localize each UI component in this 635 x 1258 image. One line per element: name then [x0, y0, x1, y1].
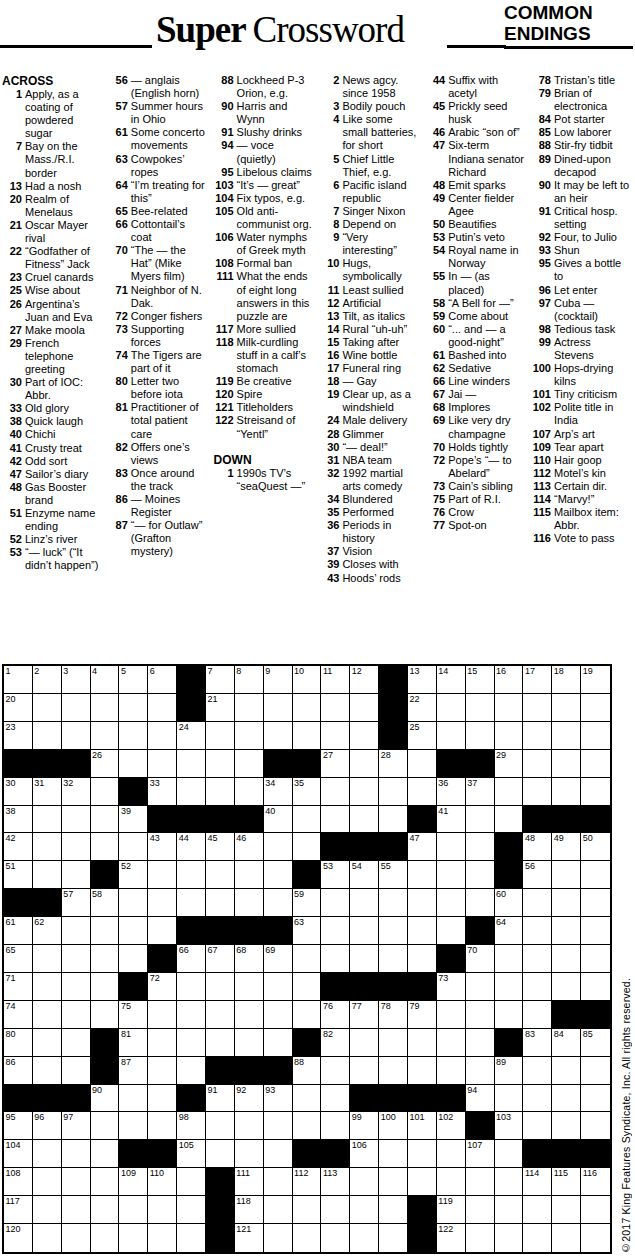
grid-cell[interactable]	[235, 889, 264, 917]
grid-cell[interactable]: 111	[235, 1168, 264, 1196]
grid-cell[interactable]	[33, 694, 62, 722]
grid-cell[interactable]	[552, 778, 581, 806]
grid-cell[interactable]: 66	[177, 945, 206, 973]
grid-cell[interactable]: 46	[235, 833, 264, 861]
grid-cell[interactable]: 60	[495, 889, 524, 917]
grid-cell[interactable]	[523, 1085, 552, 1113]
grid-cell[interactable]	[408, 861, 437, 889]
grid-cell[interactable]	[235, 1112, 264, 1140]
grid-cell[interactable]: 104	[4, 1140, 33, 1168]
grid-cell[interactable]	[408, 1057, 437, 1085]
grid-cell[interactable]: 17	[523, 666, 552, 694]
grid-cell[interactable]	[581, 973, 610, 1001]
grid-cell[interactable]	[523, 778, 552, 806]
grid-cell[interactable]: 95	[4, 1112, 33, 1140]
grid-cell[interactable]: 16	[495, 666, 524, 694]
grid-cell[interactable]	[466, 973, 495, 1001]
grid-cell[interactable]: 121	[235, 1224, 264, 1252]
grid-cell[interactable]: 102	[437, 1112, 466, 1140]
grid-cell[interactable]: 8	[235, 666, 264, 694]
grid-cell[interactable]	[523, 1224, 552, 1252]
grid-cell[interactable]: 105	[177, 1140, 206, 1168]
grid-cell[interactable]	[523, 1112, 552, 1140]
grid-cell[interactable]	[408, 945, 437, 973]
grid-cell[interactable]: 70	[466, 945, 495, 973]
grid-cell[interactable]	[91, 806, 120, 834]
grid-cell[interactable]	[235, 973, 264, 1001]
grid-cell[interactable]: 76	[321, 1001, 350, 1029]
grid-cell[interactable]: 88	[293, 1057, 322, 1085]
grid-cell[interactable]	[466, 722, 495, 750]
grid-cell[interactable]: 87	[119, 1057, 148, 1085]
grid-cell[interactable]	[379, 1196, 408, 1224]
grid-cell[interactable]: 30	[4, 778, 33, 806]
grid-cell[interactable]	[581, 1057, 610, 1085]
grid-cell[interactable]	[495, 1085, 524, 1113]
grid-cell[interactable]: 34	[264, 778, 293, 806]
grid-cell[interactable]: 35	[293, 778, 322, 806]
grid-cell[interactable]: 82	[321, 1029, 350, 1057]
grid-cell[interactable]	[581, 1196, 610, 1224]
grid-cell[interactable]: 92	[235, 1085, 264, 1113]
grid-cell[interactable]	[119, 833, 148, 861]
grid-cell[interactable]	[264, 1196, 293, 1224]
grid-cell[interactable]: 12	[350, 666, 379, 694]
grid-cell[interactable]	[437, 1168, 466, 1196]
grid-cell[interactable]	[264, 833, 293, 861]
grid-cell[interactable]	[437, 722, 466, 750]
grid-cell[interactable]: 39	[119, 806, 148, 834]
grid-cell[interactable]: 73	[437, 973, 466, 1001]
grid-cell[interactable]	[293, 833, 322, 861]
grid-cell[interactable]: 77	[350, 1001, 379, 1029]
grid-cell[interactable]	[293, 806, 322, 834]
grid-cell[interactable]: 7	[206, 666, 235, 694]
grid-cell[interactable]	[495, 973, 524, 1001]
grid-cell[interactable]: 61	[4, 917, 33, 945]
grid-cell[interactable]	[293, 1224, 322, 1252]
grid-cell[interactable]: 90	[91, 1085, 120, 1113]
grid-cell[interactable]	[379, 945, 408, 973]
grid-cell[interactable]: 101	[408, 1112, 437, 1140]
grid-cell[interactable]	[552, 861, 581, 889]
grid-cell[interactable]: 37	[466, 778, 495, 806]
grid-cell[interactable]: 96	[33, 1112, 62, 1140]
grid-cell[interactable]	[321, 1085, 350, 1113]
grid-cell[interactable]: 57	[62, 889, 91, 917]
grid-cell[interactable]	[264, 889, 293, 917]
grid-cell[interactable]: 65	[4, 945, 33, 973]
grid-cell[interactable]	[119, 945, 148, 973]
grid-cell[interactable]	[552, 1196, 581, 1224]
grid-cell[interactable]	[495, 1001, 524, 1029]
grid-cell[interactable]	[264, 1224, 293, 1252]
grid-cell[interactable]	[264, 1001, 293, 1029]
grid-cell[interactable]	[552, 750, 581, 778]
grid-cell[interactable]	[91, 1224, 120, 1252]
grid-cell[interactable]	[119, 1196, 148, 1224]
grid-cell[interactable]: 59	[293, 889, 322, 917]
grid-cell[interactable]	[177, 1168, 206, 1196]
grid-cell[interactable]	[581, 694, 610, 722]
grid-cell[interactable]: 72	[148, 973, 177, 1001]
grid-cell[interactable]: 83	[523, 1029, 552, 1057]
grid-cell[interactable]	[293, 1112, 322, 1140]
grid-cell[interactable]: 113	[321, 1168, 350, 1196]
grid-cell[interactable]	[379, 778, 408, 806]
grid-cell[interactable]	[148, 1001, 177, 1029]
grid-cell[interactable]	[206, 1140, 235, 1168]
grid-cell[interactable]	[379, 1057, 408, 1085]
grid-cell[interactable]	[408, 750, 437, 778]
grid-cell[interactable]: 11	[321, 666, 350, 694]
grid-cell[interactable]	[91, 1140, 120, 1168]
grid-cell[interactable]: 115	[552, 1168, 581, 1196]
grid-cell[interactable]: 42	[4, 833, 33, 861]
grid-cell[interactable]	[495, 1224, 524, 1252]
grid-cell[interactable]	[466, 806, 495, 834]
grid-cell[interactable]: 107	[466, 1140, 495, 1168]
grid-cell[interactable]: 25	[408, 722, 437, 750]
grid-cell[interactable]	[437, 833, 466, 861]
grid-cell[interactable]: 21	[206, 694, 235, 722]
grid-cell[interactable]	[466, 1168, 495, 1196]
grid-cell[interactable]	[350, 1057, 379, 1085]
grid-cell[interactable]: 55	[379, 861, 408, 889]
grid-cell[interactable]	[91, 973, 120, 1001]
grid-cell[interactable]	[91, 1196, 120, 1224]
grid-cell[interactable]	[581, 778, 610, 806]
grid-cell[interactable]	[321, 889, 350, 917]
grid-cell[interactable]	[408, 1168, 437, 1196]
grid-cell[interactable]: 118	[235, 1196, 264, 1224]
grid-cell[interactable]	[119, 917, 148, 945]
grid-cell[interactable]: 3	[62, 666, 91, 694]
grid-cell[interactable]	[177, 1057, 206, 1085]
grid-cell[interactable]	[206, 722, 235, 750]
grid-cell[interactable]: 52	[119, 861, 148, 889]
grid-cell[interactable]	[379, 806, 408, 834]
grid-cell[interactable]	[62, 973, 91, 1001]
grid-cell[interactable]	[321, 778, 350, 806]
grid-cell[interactable]	[437, 917, 466, 945]
grid-cell[interactable]	[437, 694, 466, 722]
grid-cell[interactable]	[495, 1196, 524, 1224]
grid-cell[interactable]: 117	[4, 1196, 33, 1224]
grid-cell[interactable]	[350, 806, 379, 834]
grid-cell[interactable]	[33, 945, 62, 973]
grid-cell[interactable]: 63	[293, 917, 322, 945]
grid-cell[interactable]: 22	[408, 694, 437, 722]
grid-cell[interactable]: 78	[379, 1001, 408, 1029]
grid-cell[interactable]: 99	[350, 1112, 379, 1140]
grid-cell[interactable]	[206, 973, 235, 1001]
grid-cell[interactable]: 50	[581, 833, 610, 861]
grid-cell[interactable]	[62, 1001, 91, 1029]
grid-cell[interactable]: 109	[119, 1168, 148, 1196]
grid-cell[interactable]	[264, 1029, 293, 1057]
grid-cell[interactable]	[408, 1029, 437, 1057]
grid-cell[interactable]	[33, 1001, 62, 1029]
grid-cell[interactable]: 13	[408, 666, 437, 694]
grid-cell[interactable]	[235, 778, 264, 806]
grid-cell[interactable]: 44	[177, 833, 206, 861]
grid-cell[interactable]	[350, 1168, 379, 1196]
grid-cell[interactable]	[177, 750, 206, 778]
grid-cell[interactable]: 49	[552, 833, 581, 861]
grid-cell[interactable]: 120	[4, 1224, 33, 1252]
grid-cell[interactable]: 98	[177, 1112, 206, 1140]
grid-cell[interactable]	[379, 1029, 408, 1057]
grid-cell[interactable]	[321, 945, 350, 973]
grid-cell[interactable]: 79	[408, 1001, 437, 1029]
grid-cell[interactable]	[33, 1140, 62, 1168]
grid-cell[interactable]	[264, 694, 293, 722]
grid-cell[interactable]	[91, 833, 120, 861]
grid-cell[interactable]	[552, 1057, 581, 1085]
grid-cell[interactable]: 48	[523, 833, 552, 861]
grid-cell[interactable]: 112	[293, 1168, 322, 1196]
grid-cell[interactable]: 116	[581, 1168, 610, 1196]
grid-cell[interactable]	[119, 694, 148, 722]
grid-cell[interactable]	[62, 1224, 91, 1252]
grid-cell[interactable]	[495, 806, 524, 834]
grid-cell[interactable]	[62, 1029, 91, 1057]
grid-cell[interactable]	[119, 1224, 148, 1252]
grid-cell[interactable]	[350, 1224, 379, 1252]
grid-cell[interactable]	[581, 861, 610, 889]
grid-cell[interactable]	[495, 778, 524, 806]
grid-cell[interactable]	[206, 778, 235, 806]
grid-cell[interactable]: 14	[437, 666, 466, 694]
grid-cell[interactable]	[552, 722, 581, 750]
grid-cell[interactable]	[321, 1224, 350, 1252]
grid-cell[interactable]	[379, 1140, 408, 1168]
grid-cell[interactable]: 91	[206, 1085, 235, 1113]
grid-cell[interactable]	[552, 1112, 581, 1140]
grid-cell[interactable]: 41	[437, 806, 466, 834]
grid-cell[interactable]	[33, 861, 62, 889]
grid-cell[interactable]	[581, 1112, 610, 1140]
grid-cell[interactable]: 38	[4, 806, 33, 834]
grid-cell[interactable]	[523, 1001, 552, 1029]
grid-cell[interactable]	[581, 750, 610, 778]
grid-cell[interactable]	[206, 1029, 235, 1057]
grid-cell[interactable]	[408, 778, 437, 806]
grid-cell[interactable]	[552, 973, 581, 1001]
grid-cell[interactable]: 74	[4, 1001, 33, 1029]
grid-cell[interactable]	[177, 1001, 206, 1029]
grid-cell[interactable]	[206, 1001, 235, 1029]
grid-cell[interactable]	[62, 945, 91, 973]
grid-cell[interactable]	[91, 917, 120, 945]
grid-cell[interactable]	[495, 694, 524, 722]
grid-cell[interactable]	[33, 1224, 62, 1252]
grid-cell[interactable]: 103	[495, 1112, 524, 1140]
grid-cell[interactable]: 31	[33, 778, 62, 806]
grid-cell[interactable]	[62, 861, 91, 889]
grid-cell[interactable]	[177, 973, 206, 1001]
grid-cell[interactable]	[321, 1196, 350, 1224]
grid-cell[interactable]	[148, 1224, 177, 1252]
grid-cell[interactable]	[350, 778, 379, 806]
grid-cell[interactable]	[148, 1112, 177, 1140]
grid-cell[interactable]	[523, 889, 552, 917]
grid-cell[interactable]	[62, 1168, 91, 1196]
grid-cell[interactable]: 5	[119, 666, 148, 694]
grid-cell[interactable]: 40	[264, 806, 293, 834]
grid-cell[interactable]	[495, 1168, 524, 1196]
grid-cell[interactable]: 119	[437, 1196, 466, 1224]
grid-cell[interactable]	[293, 945, 322, 973]
grid-cell[interactable]	[350, 1196, 379, 1224]
grid-cell[interactable]	[235, 1029, 264, 1057]
grid-cell[interactable]: 110	[148, 1168, 177, 1196]
grid-cell[interactable]	[148, 861, 177, 889]
grid-cell[interactable]	[235, 694, 264, 722]
grid-cell[interactable]	[523, 694, 552, 722]
grid-cell[interactable]	[581, 1085, 610, 1113]
grid-cell[interactable]	[350, 945, 379, 973]
grid-cell[interactable]	[62, 1057, 91, 1085]
grid-cell[interactable]: 33	[148, 778, 177, 806]
grid-cell[interactable]	[466, 694, 495, 722]
grid-cell[interactable]	[523, 973, 552, 1001]
grid-cell[interactable]: 100	[379, 1112, 408, 1140]
grid-cell[interactable]	[235, 722, 264, 750]
grid-cell[interactable]: 54	[350, 861, 379, 889]
grid-cell[interactable]	[466, 1224, 495, 1252]
grid-cell[interactable]: 75	[119, 1001, 148, 1029]
grid-cell[interactable]: 28	[379, 750, 408, 778]
grid-cell[interactable]	[350, 917, 379, 945]
grid-cell[interactable]	[350, 694, 379, 722]
grid-cell[interactable]	[321, 694, 350, 722]
grid-cell[interactable]	[119, 1112, 148, 1140]
grid-cell[interactable]: 27	[321, 750, 350, 778]
grid-cell[interactable]	[466, 833, 495, 861]
grid-cell[interactable]	[33, 973, 62, 1001]
grid-cell[interactable]: 108	[4, 1168, 33, 1196]
grid-cell[interactable]	[33, 833, 62, 861]
grid-cell[interactable]	[523, 945, 552, 973]
grid-cell[interactable]	[293, 1085, 322, 1113]
grid-cell[interactable]	[466, 1029, 495, 1057]
grid-cell[interactable]: 89	[495, 1057, 524, 1085]
grid-cell[interactable]	[495, 945, 524, 973]
grid-cell[interactable]	[264, 722, 293, 750]
grid-cell[interactable]	[437, 1001, 466, 1029]
grid-cell[interactable]	[91, 1168, 120, 1196]
grid-cell[interactable]	[206, 861, 235, 889]
grid-cell[interactable]: 18	[552, 666, 581, 694]
grid-cell[interactable]	[581, 889, 610, 917]
grid-cell[interactable]	[350, 750, 379, 778]
grid-cell[interactable]	[523, 917, 552, 945]
grid-cell[interactable]	[62, 917, 91, 945]
grid-cell[interactable]	[235, 750, 264, 778]
grid-cell[interactable]	[148, 722, 177, 750]
grid-cell[interactable]	[495, 722, 524, 750]
grid-cell[interactable]: 15	[466, 666, 495, 694]
grid-cell[interactable]	[148, 694, 177, 722]
grid-cell[interactable]: 86	[4, 1057, 33, 1085]
grid-cell[interactable]	[148, 1029, 177, 1057]
grid-cell[interactable]	[350, 722, 379, 750]
grid-cell[interactable]	[437, 861, 466, 889]
grid-cell[interactable]	[293, 722, 322, 750]
grid-cell[interactable]	[33, 1057, 62, 1085]
grid-cell[interactable]	[235, 1001, 264, 1029]
grid-cell[interactable]	[177, 1196, 206, 1224]
grid-cell[interactable]	[264, 861, 293, 889]
grid-cell[interactable]	[495, 1140, 524, 1168]
grid-cell[interactable]	[350, 1029, 379, 1057]
grid-cell[interactable]	[321, 917, 350, 945]
grid-cell[interactable]: 10	[293, 666, 322, 694]
grid-cell[interactable]: 122	[437, 1224, 466, 1252]
grid-cell[interactable]	[177, 861, 206, 889]
grid-cell[interactable]	[379, 1168, 408, 1196]
grid-cell[interactable]: 64	[495, 917, 524, 945]
grid-cell[interactable]	[581, 917, 610, 945]
grid-cell[interactable]: 29	[495, 750, 524, 778]
grid-cell[interactable]	[437, 1057, 466, 1085]
grid-cell[interactable]	[62, 1196, 91, 1224]
grid-cell[interactable]: 84	[552, 1029, 581, 1057]
grid-cell[interactable]: 62	[33, 917, 62, 945]
grid-cell[interactable]	[264, 1168, 293, 1196]
grid-cell[interactable]	[293, 973, 322, 1001]
grid-cell[interactable]: 19	[581, 666, 610, 694]
grid-cell[interactable]	[321, 806, 350, 834]
grid-cell[interactable]	[91, 1001, 120, 1029]
grid-cell[interactable]	[264, 1140, 293, 1168]
grid-cell[interactable]	[552, 1224, 581, 1252]
grid-cell[interactable]	[148, 750, 177, 778]
grid-cell[interactable]	[552, 889, 581, 917]
grid-cell[interactable]: 32	[62, 778, 91, 806]
grid-cell[interactable]: 58	[91, 889, 120, 917]
grid-cell[interactable]	[552, 917, 581, 945]
grid-cell[interactable]	[91, 722, 120, 750]
grid-cell[interactable]	[408, 889, 437, 917]
grid-cell[interactable]	[581, 945, 610, 973]
grid-cell[interactable]	[177, 1224, 206, 1252]
grid-cell[interactable]	[206, 1112, 235, 1140]
grid-cell[interactable]	[437, 889, 466, 917]
grid-cell[interactable]	[148, 1057, 177, 1085]
grid-cell[interactable]: 4	[91, 666, 120, 694]
grid-cell[interactable]	[91, 694, 120, 722]
grid-cell[interactable]	[379, 1224, 408, 1252]
grid-cell[interactable]	[33, 1196, 62, 1224]
grid-cell[interactable]	[148, 1085, 177, 1113]
grid-cell[interactable]	[177, 778, 206, 806]
grid-cell[interactable]	[552, 945, 581, 973]
grid-cell[interactable]	[235, 1140, 264, 1168]
grid-cell[interactable]	[379, 917, 408, 945]
grid-cell[interactable]	[177, 1029, 206, 1057]
grid-cell[interactable]	[552, 694, 581, 722]
grid-cell[interactable]	[321, 1112, 350, 1140]
grid-cell[interactable]	[408, 917, 437, 945]
grid-cell[interactable]	[33, 722, 62, 750]
grid-cell[interactable]: 53	[321, 861, 350, 889]
grid-cell[interactable]	[350, 889, 379, 917]
grid-cell[interactable]	[206, 750, 235, 778]
grid-cell[interactable]	[33, 1029, 62, 1057]
